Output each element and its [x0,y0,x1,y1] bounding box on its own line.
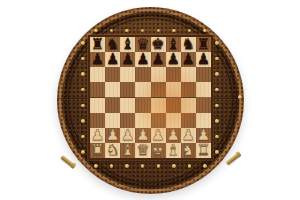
brass-pin-left [81,104,85,108]
brass-pin-left [81,150,85,154]
piece-white-pawn[interactable]: ♟ [91,129,104,142]
square-g4[interactable] [181,98,196,113]
square-d6[interactable] [135,67,150,82]
square-e7[interactable]: ♟ [151,52,166,67]
square-h1[interactable]: ♜ [196,143,211,158]
square-f7[interactable]: ♟ [166,52,181,67]
piece-white-queen[interactable]: ♛ [136,144,149,157]
square-b4[interactable] [105,98,120,113]
square-b5[interactable] [105,82,120,97]
chess-board: ♜♞♝♛♚♝♞♜♟♟♟♟♟♟♟♟♟♟♟♟♟♟♟♟♜♞♝♛♚♝♞♜ [88,35,213,160]
square-f6[interactable] [166,67,181,82]
square-g5[interactable] [181,82,196,97]
square-g6[interactable] [181,67,196,82]
piece-black-pawn[interactable]: ♟ [197,53,210,66]
piece-white-pawn[interactable]: ♟ [182,129,195,142]
piece-white-pawn[interactable]: ♟ [166,129,179,142]
square-d7[interactable]: ♟ [135,52,150,67]
piece-black-king[interactable]: ♚ [151,38,164,51]
square-d1[interactable]: ♛ [135,143,150,158]
piece-white-bishop[interactable]: ♝ [121,144,134,157]
brass-pin-bottom [110,164,114,168]
square-e6[interactable] [151,67,166,82]
square-g1[interactable]: ♞ [181,143,196,158]
piece-black-knight[interactable]: ♞ [182,38,195,51]
piece-black-knight[interactable]: ♞ [106,38,119,51]
brass-pin-left [81,72,85,76]
piece-black-pawn[interactable]: ♟ [182,53,195,66]
square-a6[interactable] [90,67,105,82]
piece-white-pawn[interactable]: ♟ [106,129,119,142]
square-e5[interactable] [151,82,166,97]
square-b1[interactable]: ♞ [105,143,120,158]
square-h6[interactable] [196,67,211,82]
piece-black-pawn[interactable]: ♟ [166,53,179,66]
brass-pin-left [81,41,85,45]
piece-black-pawn[interactable]: ♟ [136,53,149,66]
brass-clasp-left [60,155,74,167]
square-b6[interactable] [105,67,120,82]
brass-pin-bottom [188,164,192,168]
brass-pin-right [215,119,219,123]
piece-black-rook[interactable]: ♜ [91,38,104,51]
piece-white-pawn[interactable]: ♟ [197,129,210,142]
square-c7[interactable]: ♟ [120,52,135,67]
brass-pin-bottom [203,164,207,168]
square-c4[interactable] [120,98,135,113]
brass-pin-top [94,29,98,33]
brass-pin-right [215,41,219,45]
square-g7[interactable]: ♟ [181,52,196,67]
position-caption: Standard chess starting position on a ro… [0,0,1,1]
brass-pin-right [215,150,219,154]
brass-pin-left [81,119,85,123]
piece-white-rook[interactable]: ♜ [91,144,104,157]
piece-white-king[interactable]: ♚ [151,144,164,157]
photo-round-chess-set: ♜♞♝♛♚♝♞♜♟♟♟♟♟♟♟♟♟♟♟♟♟♟♟♟♜♞♝♛♚♝♞♜ Standar… [0,0,300,200]
square-h7[interactable]: ♟ [196,52,211,67]
piece-white-pawn[interactable]: ♟ [121,129,134,142]
square-h5[interactable] [196,82,211,97]
brass-pin-right [215,72,219,76]
piece-black-rook[interactable]: ♜ [197,38,210,51]
square-c6[interactable] [120,67,135,82]
round-chess-box: ♜♞♝♛♚♝♞♜♟♟♟♟♟♟♟♟♟♟♟♟♟♟♟♟♜♞♝♛♚♝♞♜ [57,7,244,194]
brass-pin-top [125,29,129,33]
piece-white-knight[interactable]: ♞ [182,144,195,157]
brass-pin-bottom [94,164,98,168]
square-b7[interactable]: ♟ [105,52,120,67]
piece-black-pawn[interactable]: ♟ [106,53,119,66]
square-e1[interactable]: ♚ [151,143,166,158]
piece-white-rook[interactable]: ♜ [197,144,210,157]
piece-black-bishop[interactable]: ♝ [121,38,134,51]
square-f5[interactable] [166,82,181,97]
piece-black-pawn[interactable]: ♟ [151,53,164,66]
piece-white-bishop[interactable]: ♝ [166,144,179,157]
square-a5[interactable] [90,82,105,97]
square-c1[interactable]: ♝ [120,143,135,158]
square-e4[interactable] [151,98,166,113]
brass-pin-right [215,104,219,108]
square-d5[interactable] [135,82,150,97]
brass-pin-bottom [157,164,161,168]
piece-white-pawn[interactable]: ♟ [151,129,164,142]
brass-hinge-pin [238,95,242,99]
square-a1[interactable]: ♜ [90,143,105,158]
brass-clasp-right [225,153,239,165]
piece-black-queen[interactable]: ♛ [136,38,149,51]
piece-white-pawn[interactable]: ♟ [136,129,149,142]
brass-pin-top [172,29,176,33]
square-c5[interactable] [120,82,135,97]
square-h4[interactable] [196,98,211,113]
piece-black-bishop[interactable]: ♝ [166,38,179,51]
piece-black-pawn[interactable]: ♟ [121,53,134,66]
piece-black-pawn[interactable]: ♟ [91,53,104,66]
square-a7[interactable]: ♟ [90,52,105,67]
square-a4[interactable] [90,98,105,113]
brass-pin-bottom [172,164,176,168]
square-d4[interactable] [135,98,150,113]
square-f4[interactable] [166,98,181,113]
piece-white-knight[interactable]: ♞ [106,144,119,157]
square-f1[interactable]: ♝ [166,143,181,158]
brass-pin-bottom [125,164,129,168]
